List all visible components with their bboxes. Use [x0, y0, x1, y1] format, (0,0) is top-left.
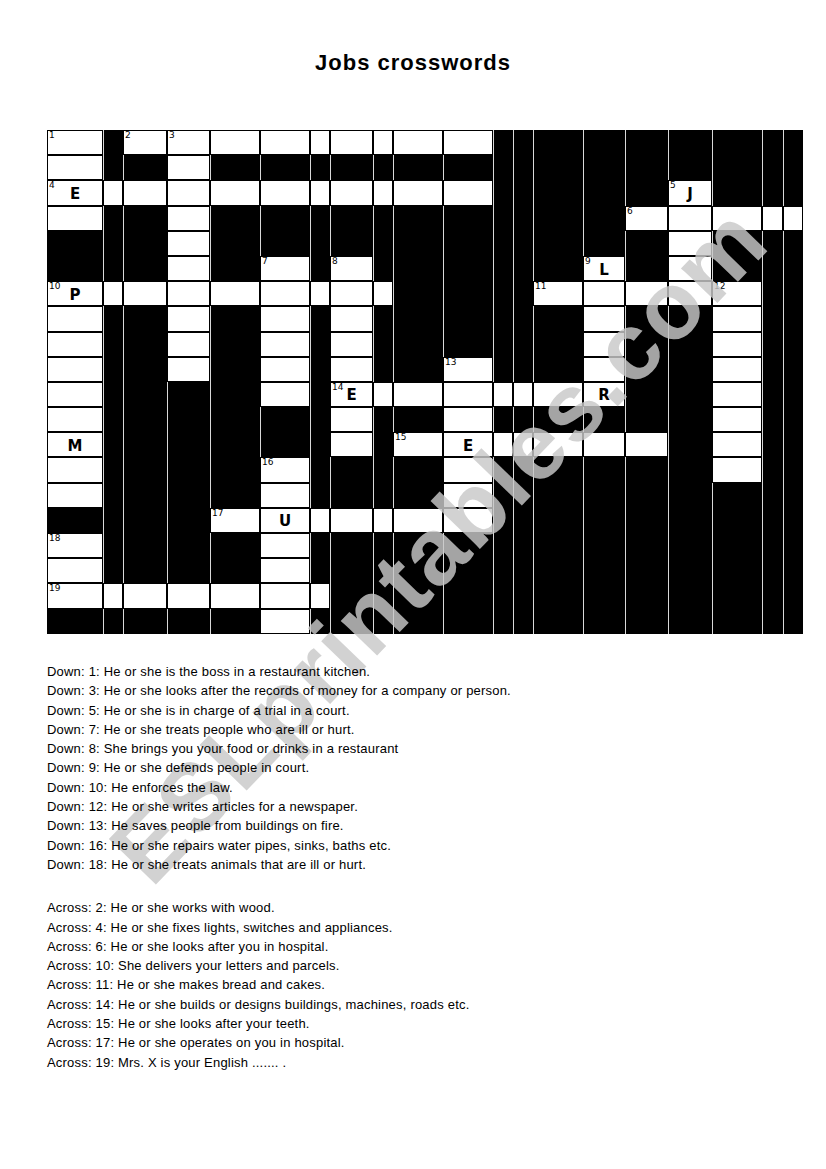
grid-cell	[712, 609, 762, 634]
grid-cell[interactable]	[330, 180, 373, 205]
clue-number: 3	[169, 130, 175, 140]
grid-cell	[513, 332, 533, 357]
grid-cell[interactable]	[712, 382, 762, 407]
clue-number: 11	[535, 281, 546, 291]
grid-cell[interactable]	[260, 306, 310, 331]
grid-cell	[783, 407, 803, 432]
grid-cell	[103, 558, 123, 583]
worksheet-page: Jobs crosswords ESLprintables.com 1234E5…	[0, 0, 826, 1169]
grid-cell	[762, 155, 783, 180]
grid-cell	[103, 508, 123, 533]
grid-cell	[103, 155, 123, 180]
grid-cell	[373, 407, 393, 432]
grid-cell[interactable]	[260, 382, 310, 407]
grid-cell[interactable]	[103, 583, 123, 608]
grid-cell	[493, 155, 513, 180]
grid-cell	[712, 508, 762, 533]
grid-cell	[625, 130, 668, 155]
grid-cell	[762, 407, 783, 432]
grid-cell	[513, 155, 533, 180]
grid-cell	[123, 432, 167, 457]
grid-cell[interactable]: 3	[167, 130, 210, 155]
grid-cell[interactable]: 6	[625, 206, 668, 231]
grid-cell	[167, 558, 210, 583]
grid-cell[interactable]: 17	[210, 508, 260, 533]
grid-cell	[513, 256, 533, 281]
grid-cell[interactable]	[373, 281, 393, 306]
grid-cell	[330, 206, 373, 231]
puzzle-title: Jobs crosswords	[0, 50, 826, 76]
grid-cell[interactable]	[167, 281, 210, 306]
grid-cell	[310, 558, 330, 583]
grid-cell[interactable]	[260, 332, 310, 357]
grid-cell	[103, 432, 123, 457]
grid-cell	[443, 281, 493, 306]
grid-cell	[443, 206, 493, 231]
clue: Down: 10: He enforces the law.	[47, 778, 767, 797]
grid-cell	[373, 256, 393, 281]
clue-number: 5	[670, 180, 676, 190]
grid-cell	[668, 407, 712, 432]
grid-cell	[310, 457, 330, 482]
grid-cell	[393, 332, 443, 357]
grid-cell	[123, 332, 167, 357]
across-clues: Across: 2: He or she works with wood.Acr…	[47, 898, 767, 1072]
grid-cell[interactable]	[123, 180, 167, 205]
grid-cell	[210, 432, 260, 457]
grid-cell	[493, 180, 513, 205]
grid-cell	[783, 306, 803, 331]
grid-cell[interactable]	[330, 281, 373, 306]
grid-cell	[123, 508, 167, 533]
grid-cell[interactable]	[47, 457, 103, 482]
grid-cell[interactable]	[762, 206, 783, 231]
grid-cell	[210, 483, 260, 508]
grid-cell[interactable]: U	[260, 508, 310, 533]
grid-cell	[47, 231, 103, 256]
grid-cell[interactable]	[310, 130, 330, 155]
grid-cell	[330, 483, 373, 508]
grid-cell	[493, 332, 513, 357]
grid-cell[interactable]	[260, 180, 310, 205]
grid-cell	[393, 155, 443, 180]
grid-cell[interactable]	[47, 357, 103, 382]
grid-cell[interactable]	[167, 583, 210, 608]
clue: Across: 14: He or she builds or designs …	[47, 995, 767, 1014]
clue-number: 4	[49, 180, 55, 190]
grid-cell	[668, 483, 712, 508]
grid-cell	[668, 533, 712, 558]
grid-cell	[762, 483, 783, 508]
grid-cell[interactable]	[393, 130, 443, 155]
grid-cell[interactable]: 11	[533, 281, 583, 306]
grid-cell[interactable]	[47, 332, 103, 357]
grid-cell[interactable]	[712, 357, 762, 382]
grid-cell[interactable]	[260, 281, 310, 306]
grid-cell[interactable]	[167, 155, 210, 180]
grid-cell	[373, 306, 393, 331]
grid-cell[interactable]: 13	[443, 357, 493, 382]
grid-cell[interactable]: 4E	[47, 180, 103, 205]
grid-cell	[210, 407, 260, 432]
grid-cell[interactable]	[330, 130, 373, 155]
grid-cell	[310, 407, 330, 432]
grid-cell	[783, 155, 803, 180]
grid-cell[interactable]	[123, 281, 167, 306]
grid-cell[interactable]	[167, 231, 210, 256]
grid-cell	[123, 558, 167, 583]
grid-cell[interactable]	[260, 533, 310, 558]
grid-cell	[493, 130, 513, 155]
grid-cell	[443, 256, 493, 281]
clue: Down: 3: He or she looks after the recor…	[47, 681, 767, 700]
grid-cell[interactable]	[373, 130, 393, 155]
grid-cell	[443, 155, 493, 180]
grid-cell	[210, 155, 260, 180]
clue: Down: 18: He or she treats animals that …	[47, 855, 767, 874]
grid-cell	[103, 332, 123, 357]
grid-cell[interactable]	[260, 483, 310, 508]
grid-cell	[668, 432, 712, 457]
grid-cell	[783, 508, 803, 533]
grid-cell	[783, 382, 803, 407]
grid-cell[interactable]	[47, 558, 103, 583]
clue: Across: 2: He or she works with wood.	[47, 898, 767, 917]
grid-cell	[210, 231, 260, 256]
grid-cell	[783, 281, 803, 306]
grid-cell	[103, 382, 123, 407]
clue: Across: 6: He or she looks after you in …	[47, 937, 767, 956]
grid-cell	[533, 180, 583, 205]
grid-cell	[123, 231, 167, 256]
grid-cell[interactable]	[443, 130, 493, 155]
grid-cell[interactable]: 1	[47, 130, 103, 155]
grid-cell[interactable]	[310, 281, 330, 306]
grid-cell	[310, 357, 330, 382]
grid-cell[interactable]	[47, 306, 103, 331]
grid-cell	[783, 533, 803, 558]
grid-cell[interactable]	[330, 357, 373, 382]
grid-cell	[533, 256, 583, 281]
clue: Down: 12: He or she writes articles for …	[47, 797, 767, 816]
grid-cell	[513, 281, 533, 306]
grid-cell[interactable]: 16	[260, 457, 310, 482]
grid-cell	[123, 609, 167, 634]
grid-cell[interactable]: 15	[393, 432, 443, 457]
grid-cell[interactable]: M	[47, 432, 103, 457]
clue: Down: 13: He saves people from buildings…	[47, 816, 767, 835]
grid-cell	[583, 583, 625, 608]
grid-cell	[373, 231, 393, 256]
grid-cell	[583, 155, 625, 180]
grid-cell	[210, 332, 260, 357]
grid-cell	[583, 558, 625, 583]
grid-cell	[668, 508, 712, 533]
grid-cell	[533, 130, 583, 155]
grid-cell	[625, 180, 668, 205]
grid-cell[interactable]	[210, 180, 260, 205]
grid-cell[interactable]	[373, 382, 393, 407]
grid-cell	[167, 457, 210, 482]
grid-cell[interactable]	[210, 583, 260, 608]
grid-cell[interactable]	[310, 508, 330, 533]
grid-cell	[443, 332, 493, 357]
grid-cell	[443, 609, 493, 634]
grid-cell[interactable]: 10P	[47, 281, 103, 306]
clue: Across: 10: She delivers your letters an…	[47, 956, 767, 975]
grid-cell[interactable]	[260, 558, 310, 583]
grid-cell[interactable]	[167, 357, 210, 382]
grid-cell[interactable]	[393, 382, 443, 407]
grid-cell[interactable]	[260, 357, 310, 382]
grid-cell	[330, 231, 373, 256]
grid-cell	[167, 609, 210, 634]
grid-cell	[330, 155, 373, 180]
grid-cell	[210, 256, 260, 281]
grid-cell[interactable]	[47, 407, 103, 432]
grid-cell[interactable]	[47, 206, 103, 231]
grid-cell[interactable]	[330, 306, 373, 331]
grid-cell[interactable]: 7	[260, 256, 310, 281]
clue-number: 10	[49, 281, 60, 291]
clue: Down: 16: He or she repairs water pipes,…	[47, 836, 767, 855]
grid-cell	[583, 231, 625, 256]
grid-cell	[533, 609, 583, 634]
grid-cell	[712, 155, 762, 180]
grid-cell	[493, 609, 513, 634]
grid-cell[interactable]: 8	[330, 256, 373, 281]
grid-cell[interactable]: 18	[47, 533, 103, 558]
grid-cell[interactable]	[712, 457, 762, 482]
grid-cell	[260, 432, 310, 457]
clue-number: 19	[49, 583, 60, 593]
grid-cell[interactable]	[393, 180, 443, 205]
grid-cell	[513, 306, 533, 331]
grid-cell	[625, 583, 668, 608]
grid-cell	[783, 357, 803, 382]
clue-number: 9	[585, 256, 591, 266]
grid-cell	[310, 382, 330, 407]
grid-cell	[210, 206, 260, 231]
grid-cell	[783, 231, 803, 256]
grid-cell	[668, 382, 712, 407]
grid-cell[interactable]	[625, 432, 668, 457]
grid-cell[interactable]	[783, 206, 803, 231]
clue: Across: 19: Mrs. X is your English .....…	[47, 1053, 767, 1072]
grid-cell[interactable]	[123, 583, 167, 608]
clue: Down: 5: He or she is in charge of a tri…	[47, 701, 767, 720]
grid-cell	[103, 407, 123, 432]
grid-cell	[260, 407, 310, 432]
grid-cell[interactable]	[373, 180, 393, 205]
grid-cell	[373, 206, 393, 231]
grid-cell	[123, 382, 167, 407]
grid-cell[interactable]	[443, 382, 493, 407]
grid-cell[interactable]	[330, 332, 373, 357]
grid-cell	[712, 130, 762, 155]
grid-cell[interactable]	[167, 256, 210, 281]
grid-cell[interactable]	[47, 382, 103, 407]
grid-cell	[393, 306, 443, 331]
clue-number: 7	[262, 256, 268, 266]
grid-cell[interactable]	[330, 407, 373, 432]
grid-cell[interactable]	[310, 180, 330, 205]
grid-cell	[393, 206, 443, 231]
grid-cell[interactable]	[103, 180, 123, 205]
grid-cell	[47, 609, 103, 634]
grid-cell	[783, 457, 803, 482]
grid-cell	[123, 357, 167, 382]
grid-cell	[373, 457, 393, 482]
grid-cell	[123, 407, 167, 432]
grid-cell	[533, 231, 583, 256]
grid-cell[interactable]	[210, 281, 260, 306]
grid-cell	[393, 281, 443, 306]
grid-cell	[625, 533, 668, 558]
grid-cell	[373, 357, 393, 382]
grid-cell	[123, 256, 167, 281]
clue: Down: 1: He or she is the boss in a rest…	[47, 662, 767, 681]
grid-cell	[583, 533, 625, 558]
grid-cell[interactable]	[47, 483, 103, 508]
grid-cell	[513, 583, 533, 608]
grid-cell	[625, 558, 668, 583]
grid-cell[interactable]	[712, 407, 762, 432]
cell-letter: J	[687, 183, 693, 203]
cell-letter: M	[68, 435, 83, 455]
clue: Down: 7: He or she treats people who are…	[47, 720, 767, 739]
grid-cell	[533, 155, 583, 180]
grid-cell	[103, 457, 123, 482]
grid-cell	[210, 533, 260, 558]
grid-cell[interactable]	[260, 583, 310, 608]
cell-letter: L	[599, 259, 609, 279]
grid-cell[interactable]	[210, 130, 260, 155]
grid-cell[interactable]	[443, 180, 493, 205]
clue-number: 18	[49, 533, 60, 543]
grid-cell[interactable]	[167, 306, 210, 331]
grid-cell	[762, 609, 783, 634]
grid-cell[interactable]	[167, 332, 210, 357]
grid-cell	[103, 357, 123, 382]
grid-cell	[210, 457, 260, 482]
grid-cell	[493, 357, 513, 382]
grid-cell	[762, 508, 783, 533]
grid-cell	[103, 256, 123, 281]
grid-cell[interactable]: 19	[47, 583, 103, 608]
grid-cell	[167, 407, 210, 432]
clue: Across: 11: He or she makes bread and ca…	[47, 975, 767, 994]
grid-cell[interactable]	[330, 508, 373, 533]
grid-cell	[210, 609, 260, 634]
cell-letter: U	[279, 510, 291, 530]
cell-letter: P	[70, 284, 81, 304]
grid-cell	[762, 130, 783, 155]
grid-cell	[513, 180, 533, 205]
grid-cell	[123, 483, 167, 508]
grid-cell[interactable]	[330, 432, 373, 457]
grid-cell	[103, 306, 123, 331]
clue-number: 8	[332, 256, 338, 266]
grid-cell	[783, 583, 803, 608]
grid-cell	[533, 533, 583, 558]
grid-cell	[513, 130, 533, 155]
grid-cell	[762, 332, 783, 357]
grid-cell	[310, 332, 330, 357]
grid-cell	[668, 457, 712, 482]
grid-cell	[310, 483, 330, 508]
grid-cell[interactable]	[103, 281, 123, 306]
grid-cell	[47, 508, 103, 533]
grid-cell[interactable]	[47, 155, 103, 180]
grid-cell	[103, 533, 123, 558]
grid-cell	[712, 533, 762, 558]
grid-cell	[123, 457, 167, 482]
grid-cell	[393, 357, 443, 382]
grid-cell	[373, 432, 393, 457]
grid-cell[interactable]	[260, 130, 310, 155]
grid-cell	[310, 155, 330, 180]
grid-cell	[625, 155, 668, 180]
cell-letter: E	[346, 384, 356, 404]
grid-cell[interactable]: 14E	[330, 382, 373, 407]
clue-number: 13	[445, 357, 456, 367]
grid-cell	[310, 231, 330, 256]
grid-cell	[762, 306, 783, 331]
grid-cell	[493, 281, 513, 306]
grid-cell	[583, 508, 625, 533]
grid-cell	[260, 231, 310, 256]
grid-cell	[668, 155, 712, 180]
grid-cell[interactable]: 2	[123, 130, 167, 155]
grid-cell[interactable]	[167, 206, 210, 231]
clue-number: 14	[332, 382, 343, 392]
grid-cell	[583, 609, 625, 634]
grid-cell[interactable]	[167, 180, 210, 205]
grid-cell	[373, 483, 393, 508]
grid-cell	[310, 432, 330, 457]
grid-cell	[310, 256, 330, 281]
clue: Across: 4: He or she fixes lights, switc…	[47, 918, 767, 937]
grid-cell	[167, 483, 210, 508]
grid-cell	[373, 155, 393, 180]
grid-cell[interactable]	[712, 432, 762, 457]
grid-cell	[668, 583, 712, 608]
grid-cell	[712, 483, 762, 508]
clue: Across: 17: He or she operates on you in…	[47, 1033, 767, 1052]
grid-cell	[533, 583, 583, 608]
clue: Across: 15: He or she looks after your t…	[47, 1014, 767, 1033]
grid-cell	[103, 206, 123, 231]
grid-cell	[762, 457, 783, 482]
grid-cell	[443, 306, 493, 331]
grid-cell	[210, 357, 260, 382]
grid-cell	[625, 483, 668, 508]
grid-cell	[210, 382, 260, 407]
grid-cell	[762, 583, 783, 608]
grid-cell	[393, 231, 443, 256]
grid-cell	[625, 508, 668, 533]
grid-cell	[47, 256, 103, 281]
grid-cell[interactable]: 9L	[583, 256, 625, 281]
grid-cell	[493, 583, 513, 608]
grid-cell	[167, 382, 210, 407]
grid-cell[interactable]	[712, 332, 762, 357]
grid-cell	[783, 609, 803, 634]
grid-cell	[493, 231, 513, 256]
grid-cell	[260, 206, 310, 231]
grid-cell	[762, 533, 783, 558]
